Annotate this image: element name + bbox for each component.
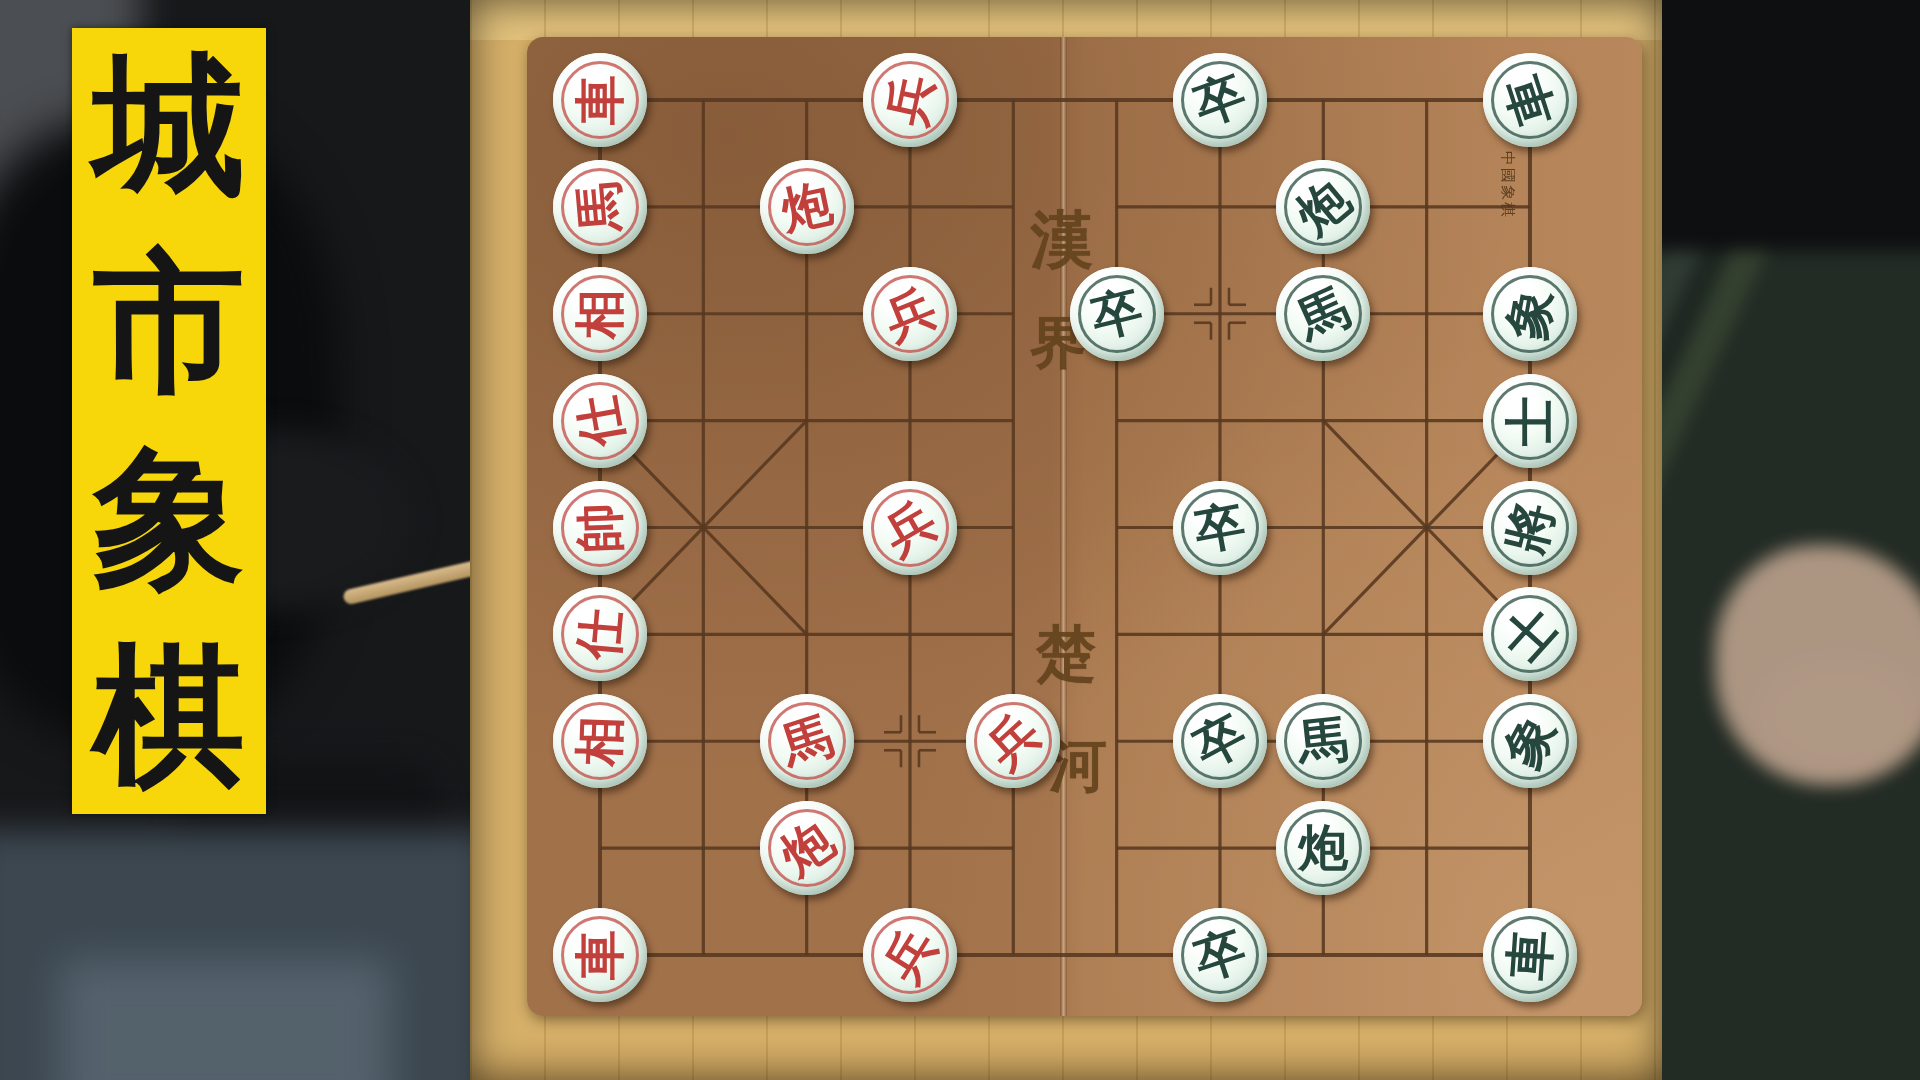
scene: 漢 界 楚 河 中國象棋 城 市 象 棋 車馬相仕帥仕相車炮馬炮兵兵兵兵兵車象士… bbox=[0, 0, 1920, 1080]
piece-character: 車 bbox=[553, 53, 647, 147]
piece-black-馬-rank8-file3[interactable]: 馬 bbox=[1276, 267, 1370, 361]
banner-char-4: 棋 bbox=[93, 632, 245, 800]
piece-red-仕-rank1-file4[interactable]: 仕 bbox=[553, 374, 647, 468]
piece-red-兵-rank4-file1[interactable]: 兵 bbox=[863, 53, 957, 147]
piece-red-炮-rank3-file8[interactable]: 炮 bbox=[760, 801, 854, 895]
xiangqi-board[interactable] bbox=[527, 37, 1642, 1016]
piece-black-炮-rank8-file2[interactable]: 炮 bbox=[1276, 160, 1370, 254]
piece-red-車-rank1-file1[interactable]: 車 bbox=[553, 53, 647, 147]
piece-character: 炮 bbox=[1276, 801, 1370, 895]
title-banner: 城 市 象 棋 bbox=[72, 28, 266, 814]
piece-red-兵-rank4-file3[interactable]: 兵 bbox=[863, 267, 957, 361]
right-player-jacket bbox=[1625, 250, 1920, 1080]
right-player-silhouette bbox=[1630, 0, 1920, 600]
piece-red-車-rank1-file9[interactable]: 車 bbox=[553, 908, 647, 1002]
piece-red-馬-rank1-file2[interactable]: 馬 bbox=[553, 160, 647, 254]
piece-character: 相 bbox=[553, 267, 647, 361]
piece-black-象-rank10-file3[interactable]: 象 bbox=[1483, 267, 1577, 361]
piece-black-卒-rank7-file5[interactable]: 卒 bbox=[1173, 481, 1267, 575]
piece-character: 車 bbox=[1480, 905, 1580, 1005]
piece-character: 士 bbox=[1483, 374, 1577, 468]
piece-character: 相 bbox=[551, 693, 648, 790]
piece-character: 卒 bbox=[1166, 473, 1275, 582]
piece-red-仕-rank1-file6[interactable]: 仕 bbox=[553, 587, 647, 681]
piece-character: 馬 bbox=[549, 156, 651, 258]
piece-black-將-rank10-file5[interactable]: 將 bbox=[1483, 481, 1577, 575]
piece-character: 帥 bbox=[551, 479, 648, 576]
piece-character: 象 bbox=[1476, 259, 1585, 368]
piece-red-兵-rank5-file7[interactable]: 兵 bbox=[966, 694, 1060, 788]
banner-char-3: 象 bbox=[93, 435, 245, 603]
piece-black-卒-rank7-file7[interactable]: 卒 bbox=[1173, 694, 1267, 788]
piece-red-炮-rank3-file2[interactable]: 炮 bbox=[760, 160, 854, 254]
river-text-chu: 楚 bbox=[1036, 614, 1096, 695]
right-hand-shadow bbox=[1760, 660, 1920, 770]
piece-black-士-rank10-file6[interactable]: 士 bbox=[1483, 587, 1577, 681]
board-fold-hinge bbox=[1060, 37, 1067, 1016]
wooden-stick bbox=[342, 559, 482, 605]
piece-black-士-rank10-file4[interactable]: 士 bbox=[1483, 374, 1577, 468]
piece-character: 兵 bbox=[854, 44, 965, 155]
piece-black-車-rank10-file1[interactable]: 車 bbox=[1483, 53, 1577, 147]
right-player-hand bbox=[1715, 545, 1920, 785]
piece-black-象-rank10-file7[interactable]: 象 bbox=[1483, 694, 1577, 788]
piece-character: 仕 bbox=[546, 366, 655, 475]
river-text-han: 漢 bbox=[1031, 198, 1093, 282]
piece-black-卒-rank7-file1[interactable]: 卒 bbox=[1173, 53, 1267, 147]
piece-black-車-rank10-file9[interactable]: 車 bbox=[1483, 908, 1577, 1002]
piece-red-相-rank1-file7[interactable]: 相 bbox=[553, 694, 647, 788]
floor-patch-bottom-left-2 bbox=[60, 960, 390, 1080]
banner-char-1: 城 bbox=[93, 42, 245, 210]
piece-character: 車 bbox=[553, 908, 647, 1002]
piece-red-相-rank1-file3[interactable]: 相 bbox=[553, 267, 647, 361]
piece-character: 炮 bbox=[751, 151, 862, 262]
piece-red-帥-rank1-file5[interactable]: 帥 bbox=[553, 481, 647, 575]
piece-red-馬-rank3-file7[interactable]: 馬 bbox=[760, 694, 854, 788]
piece-red-兵-rank4-file5[interactable]: 兵 bbox=[863, 481, 957, 575]
piece-character: 仕 bbox=[549, 583, 651, 685]
piece-character: 馬 bbox=[1272, 690, 1375, 793]
piece-black-卒-rank7-file9[interactable]: 卒 bbox=[1173, 908, 1267, 1002]
board-margin-text: 中國象棋 bbox=[1496, 150, 1518, 218]
piece-black-炮-rank8-file8[interactable]: 炮 bbox=[1276, 801, 1370, 895]
banner-char-2: 市 bbox=[93, 239, 245, 407]
floor-patch-bottom-left bbox=[0, 830, 490, 1080]
piece-red-兵-rank4-file9[interactable]: 兵 bbox=[863, 908, 957, 1002]
piece-black-馬-rank8-file7[interactable]: 馬 bbox=[1276, 694, 1370, 788]
piece-black-卒-rank6-file3[interactable]: 卒 bbox=[1070, 267, 1164, 361]
